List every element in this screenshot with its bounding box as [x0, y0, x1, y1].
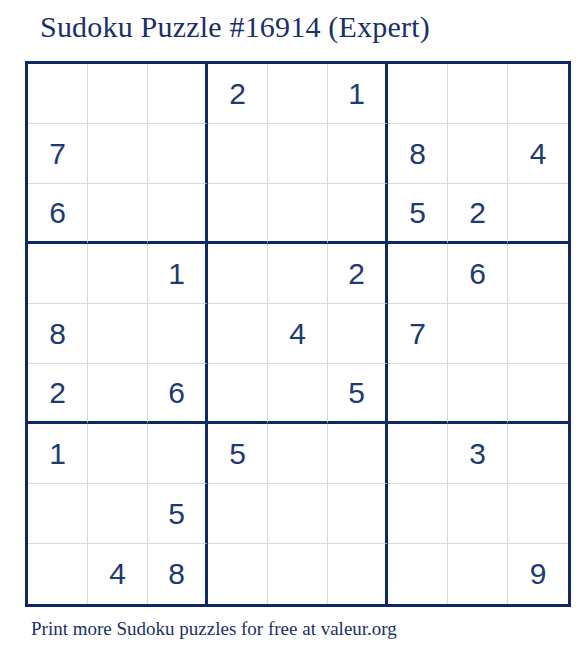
cell-r3c5[interactable]: [268, 184, 328, 244]
cell-r1c8[interactable]: [448, 64, 508, 124]
cell-r7c7[interactable]: [388, 424, 448, 484]
cell-r9c5[interactable]: [268, 544, 328, 604]
cell-r7c3[interactable]: [148, 424, 208, 484]
page-title: Sudoku Puzzle #16914 (Expert): [40, 10, 430, 44]
cell-r6c3[interactable]: 6: [148, 364, 208, 424]
cell-r8c4[interactable]: [208, 484, 268, 544]
cell-r8c8[interactable]: [448, 484, 508, 544]
cell-r5c1[interactable]: 8: [28, 304, 88, 364]
cell-r5c6[interactable]: [328, 304, 388, 364]
cell-r1c4[interactable]: 2: [208, 64, 268, 124]
cell-r6c1[interactable]: 2: [28, 364, 88, 424]
cell-r6c9[interactable]: [508, 364, 568, 424]
cell-r4c8[interactable]: 6: [448, 244, 508, 304]
cell-r8c6[interactable]: [328, 484, 388, 544]
cell-r1c2[interactable]: [88, 64, 148, 124]
cell-r9c2[interactable]: 4: [88, 544, 148, 604]
cell-r3c9[interactable]: [508, 184, 568, 244]
cell-r3c6[interactable]: [328, 184, 388, 244]
cell-r9c6[interactable]: [328, 544, 388, 604]
cell-r9c9[interactable]: 9: [508, 544, 568, 604]
cell-r8c5[interactable]: [268, 484, 328, 544]
cell-r1c6[interactable]: 1: [328, 64, 388, 124]
cell-r8c7[interactable]: [388, 484, 448, 544]
cell-r7c2[interactable]: [88, 424, 148, 484]
cell-r4c3[interactable]: 1: [148, 244, 208, 304]
cell-r6c2[interactable]: [88, 364, 148, 424]
cell-r1c3[interactable]: [148, 64, 208, 124]
cell-r7c4[interactable]: 5: [208, 424, 268, 484]
cell-r5c9[interactable]: [508, 304, 568, 364]
cell-r7c6[interactable]: [328, 424, 388, 484]
cell-r2c8[interactable]: [448, 124, 508, 184]
cell-r8c3[interactable]: 5: [148, 484, 208, 544]
cell-r4c9[interactable]: [508, 244, 568, 304]
cell-r1c9[interactable]: [508, 64, 568, 124]
cell-r3c4[interactable]: [208, 184, 268, 244]
cell-r4c2[interactable]: [88, 244, 148, 304]
cell-r9c4[interactable]: [208, 544, 268, 604]
cell-r3c3[interactable]: [148, 184, 208, 244]
footer-text: Print more Sudoku puzzles for free at va…: [31, 618, 397, 640]
cell-r4c7[interactable]: [388, 244, 448, 304]
cell-r2c7[interactable]: 8: [388, 124, 448, 184]
sudoku-board: 217846521268472651535489: [25, 61, 571, 607]
cell-r4c4[interactable]: [208, 244, 268, 304]
cell-r6c5[interactable]: [268, 364, 328, 424]
cell-r5c7[interactable]: 7: [388, 304, 448, 364]
cell-r8c2[interactable]: [88, 484, 148, 544]
cell-r3c8[interactable]: 2: [448, 184, 508, 244]
cell-r6c7[interactable]: [388, 364, 448, 424]
cell-r2c9[interactable]: 4: [508, 124, 568, 184]
cell-r2c6[interactable]: [328, 124, 388, 184]
cell-r8c1[interactable]: [28, 484, 88, 544]
cell-r1c7[interactable]: [388, 64, 448, 124]
cell-r4c5[interactable]: [268, 244, 328, 304]
cell-r5c3[interactable]: [148, 304, 208, 364]
cell-r5c4[interactable]: [208, 304, 268, 364]
cell-r2c1[interactable]: 7: [28, 124, 88, 184]
cell-r7c1[interactable]: 1: [28, 424, 88, 484]
cell-r9c3[interactable]: 8: [148, 544, 208, 604]
cell-r8c9[interactable]: [508, 484, 568, 544]
cell-r7c5[interactable]: [268, 424, 328, 484]
cell-r2c5[interactable]: [268, 124, 328, 184]
cell-r1c1[interactable]: [28, 64, 88, 124]
cell-r2c2[interactable]: [88, 124, 148, 184]
cell-r6c4[interactable]: [208, 364, 268, 424]
cell-r2c3[interactable]: [148, 124, 208, 184]
cell-r7c8[interactable]: 3: [448, 424, 508, 484]
cell-r4c1[interactable]: [28, 244, 88, 304]
cell-r1c5[interactable]: [268, 64, 328, 124]
cell-r9c1[interactable]: [28, 544, 88, 604]
cell-r5c8[interactable]: [448, 304, 508, 364]
cell-r6c8[interactable]: [448, 364, 508, 424]
cell-r3c2[interactable]: [88, 184, 148, 244]
cell-r4c6[interactable]: 2: [328, 244, 388, 304]
cell-r3c7[interactable]: 5: [388, 184, 448, 244]
sudoku-page: Sudoku Puzzle #16914 (Expert) 2178465212…: [0, 0, 580, 651]
cell-r3c1[interactable]: 6: [28, 184, 88, 244]
cell-r5c5[interactable]: 4: [268, 304, 328, 364]
cell-r9c7[interactable]: [388, 544, 448, 604]
cell-r9c8[interactable]: [448, 544, 508, 604]
cell-r6c6[interactable]: 5: [328, 364, 388, 424]
cell-r5c2[interactable]: [88, 304, 148, 364]
cell-r2c4[interactable]: [208, 124, 268, 184]
cell-r7c9[interactable]: [508, 424, 568, 484]
